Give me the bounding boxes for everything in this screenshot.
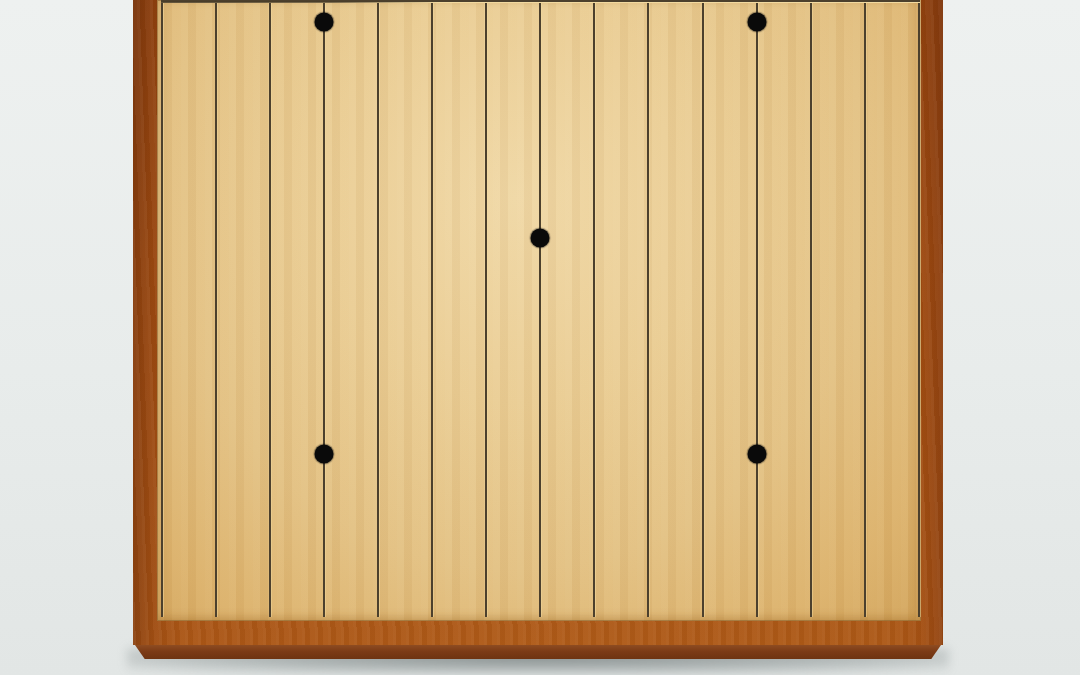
grid-line-vertical <box>323 0 325 617</box>
grid-line-vertical <box>810 0 812 617</box>
grid-line-vertical <box>756 0 758 617</box>
grid-line-vertical <box>918 0 920 617</box>
grid-line-vertical <box>539 0 541 617</box>
star-point <box>747 445 766 464</box>
star-point <box>315 13 334 32</box>
board-front-edge <box>135 645 941 659</box>
star-point <box>747 13 766 32</box>
grid-line-vertical <box>647 0 649 617</box>
star-point <box>315 445 334 464</box>
star-point <box>531 229 550 248</box>
grid-line-vertical <box>864 0 866 617</box>
board-wood-frame <box>133 0 943 645</box>
board-grid[interactable] <box>157 0 921 621</box>
goban-board <box>133 0 943 675</box>
grid-line-vertical <box>215 0 217 617</box>
grid-line-vertical <box>269 0 271 617</box>
grid-line-vertical <box>702 0 704 617</box>
grid-line-vertical <box>161 0 163 617</box>
grid-line-vertical <box>431 0 433 617</box>
grid-line-vertical <box>485 0 487 617</box>
cropped-grid-line-artifact <box>161 1 439 3</box>
app-background: { "game": "gomoku", "scene": { "descript… <box>0 0 1080 675</box>
grid-line-vertical <box>593 0 595 617</box>
grid-line-vertical <box>377 0 379 617</box>
